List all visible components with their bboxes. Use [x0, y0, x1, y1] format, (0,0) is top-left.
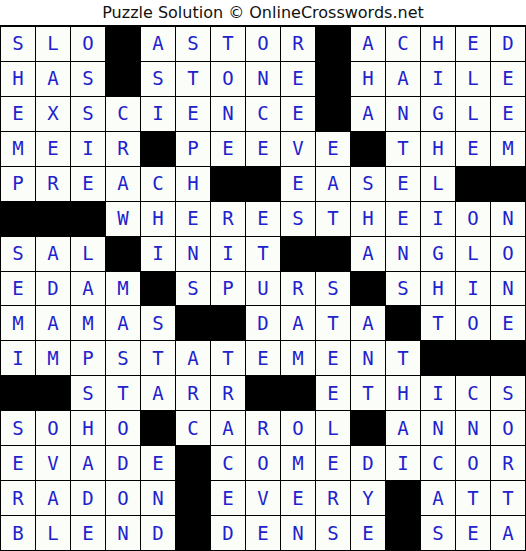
letter-cell: I [211, 237, 245, 271]
letter-cell: R [106, 132, 140, 166]
letter-cell: V [281, 132, 315, 166]
letter-cell: N [351, 341, 385, 375]
letter-cell: H [351, 62, 385, 96]
letter-cell: O [246, 27, 280, 61]
letter-cell: N [106, 516, 140, 550]
letter-cell: E [1, 97, 35, 131]
crossword-grid: SLOASTORACHEDHASSTONEHAILEEXSCIENCEANGLE… [0, 25, 526, 551]
letter-cell: A [71, 446, 105, 480]
letter-cell: A [281, 306, 315, 340]
letter-cell: D [36, 272, 70, 306]
letter-cell: N [386, 237, 420, 271]
letter-cell: D [211, 516, 245, 550]
letter-cell: L [36, 516, 70, 550]
letter-cell: L [36, 27, 70, 61]
letter-cell: R [316, 481, 350, 515]
letter-cell: A [141, 376, 175, 410]
letter-cell: H [141, 202, 175, 236]
letter-cell: C [456, 376, 490, 410]
letter-cell: H [421, 272, 455, 306]
block-cell [106, 237, 140, 271]
letter-cell: E [246, 341, 280, 375]
block-cell [316, 62, 350, 96]
block-cell [316, 237, 350, 271]
letter-cell: N [421, 411, 455, 445]
letter-cell: C [421, 446, 455, 480]
letter-cell: S [351, 167, 385, 201]
letter-cell: P [176, 132, 210, 166]
letter-cell: M [1, 132, 35, 166]
letter-cell: T [106, 376, 140, 410]
block-cell [456, 341, 490, 375]
letter-cell: A [316, 167, 350, 201]
letter-cell: R [211, 202, 245, 236]
letter-cell: R [246, 411, 280, 445]
letter-cell: E [71, 516, 105, 550]
letter-cell: O [106, 481, 140, 515]
letter-cell: S [1, 27, 35, 61]
letter-cell: O [456, 306, 490, 340]
letter-cell: E [491, 306, 525, 340]
letter-cell: H [71, 411, 105, 445]
letter-cell: M [106, 272, 140, 306]
letter-cell: E [281, 97, 315, 131]
letter-cell: N [491, 272, 525, 306]
letter-cell: S [106, 341, 140, 375]
letter-cell: O [246, 446, 280, 480]
block-cell [1, 376, 35, 410]
letter-cell: L [456, 237, 490, 271]
letter-cell: D [106, 446, 140, 480]
letter-cell: D [71, 481, 105, 515]
letter-cell: A [71, 272, 105, 306]
letter-cell: E [71, 167, 105, 201]
letter-cell: E [211, 132, 245, 166]
letter-cell: E [281, 481, 315, 515]
letter-cell: S [316, 272, 350, 306]
letter-cell: E [1, 272, 35, 306]
letter-cell: E [281, 62, 315, 96]
letter-cell: A [36, 481, 70, 515]
letter-cell: D [141, 516, 175, 550]
letter-cell: S [316, 516, 350, 550]
letter-cell: N [211, 97, 245, 131]
letter-cell: R [176, 376, 210, 410]
title-bar: Puzzle Solution © OnlineCrosswords.net [0, 0, 526, 25]
letter-cell: O [71, 27, 105, 61]
letter-cell: I [386, 446, 420, 480]
letter-cell: S [71, 62, 105, 96]
letter-cell: I [141, 97, 175, 131]
puzzle-solution-page: Puzzle Solution © OnlineCrosswords.net S… [0, 0, 526, 551]
letter-cell: A [351, 237, 385, 271]
letter-cell: I [421, 376, 455, 410]
letter-cell: H [421, 27, 455, 61]
letter-cell: P [211, 272, 245, 306]
block-cell [211, 306, 245, 340]
letter-cell: T [176, 62, 210, 96]
letter-cell: E [141, 446, 175, 480]
letter-cell: W [106, 202, 140, 236]
letter-cell: C [246, 97, 280, 131]
letter-cell: A [141, 27, 175, 61]
letter-cell: T [351, 376, 385, 410]
letter-cell: S [421, 516, 455, 550]
letter-cell: O [456, 446, 490, 480]
letter-cell: N [176, 237, 210, 271]
letter-cell: O [491, 237, 525, 271]
letter-cell: L [316, 411, 350, 445]
letter-cell: N [141, 481, 175, 515]
letter-cell: S [71, 97, 105, 131]
block-cell [386, 481, 420, 515]
letter-cell: I [71, 132, 105, 166]
letter-cell: S [1, 237, 35, 271]
letter-cell: A [36, 306, 70, 340]
letter-cell: E [176, 202, 210, 236]
letter-cell: L [71, 237, 105, 271]
letter-cell: R [281, 27, 315, 61]
letter-cell: V [36, 446, 70, 480]
block-cell [141, 272, 175, 306]
letter-cell: H [1, 62, 35, 96]
block-cell [281, 237, 315, 271]
letter-cell: T [316, 306, 350, 340]
letter-cell: R [281, 272, 315, 306]
letter-cell: O [281, 411, 315, 445]
letter-cell: M [491, 132, 525, 166]
letter-cell: S [386, 272, 420, 306]
letter-cell: G [421, 97, 455, 131]
block-cell [36, 376, 70, 410]
letter-cell: I [421, 62, 455, 96]
letter-cell: A [386, 411, 420, 445]
letter-cell: N [491, 202, 525, 236]
letter-cell: E [491, 62, 525, 96]
block-cell [281, 376, 315, 410]
letter-cell: E [386, 167, 420, 201]
block-cell [491, 167, 525, 201]
letter-cell: X [36, 97, 70, 131]
letter-cell: E [211, 481, 245, 515]
block-cell [351, 132, 385, 166]
letter-cell: E [456, 516, 490, 550]
letter-cell: A [491, 516, 525, 550]
letter-cell: A [421, 481, 455, 515]
letter-cell: D [491, 27, 525, 61]
block-cell [316, 97, 350, 131]
letter-cell: T [386, 341, 420, 375]
letter-cell: O [211, 62, 245, 96]
block-cell [141, 132, 175, 166]
letter-cell: C [386, 27, 420, 61]
block-cell [456, 167, 490, 201]
letter-cell: C [141, 167, 175, 201]
letter-cell: C [106, 97, 140, 131]
letter-cell: V [246, 481, 280, 515]
letter-cell: E [246, 516, 280, 550]
letter-cell: O [36, 411, 70, 445]
letter-cell: A [176, 341, 210, 375]
block-cell [386, 516, 420, 550]
block-cell [491, 341, 525, 375]
letter-cell: A [386, 62, 420, 96]
letter-cell: E [351, 516, 385, 550]
page-title: Puzzle Solution © OnlineCrosswords.net [102, 3, 424, 22]
letter-cell: S [141, 62, 175, 96]
letter-cell: S [1, 411, 35, 445]
letter-cell: A [106, 167, 140, 201]
letter-cell: A [211, 411, 245, 445]
block-cell [176, 516, 210, 550]
letter-cell: R [1, 481, 35, 515]
letter-cell: S [281, 202, 315, 236]
letter-cell: B [1, 516, 35, 550]
letter-cell: D [246, 306, 280, 340]
letter-cell: N [456, 411, 490, 445]
block-cell [176, 306, 210, 340]
block-cell [36, 202, 70, 236]
letter-cell: E [316, 376, 350, 410]
letter-cell: U [246, 272, 280, 306]
letter-cell: I [456, 272, 490, 306]
block-cell [141, 411, 175, 445]
letter-cell: O [456, 202, 490, 236]
letter-cell: E [246, 202, 280, 236]
letter-cell: A [106, 306, 140, 340]
letter-cell: A [36, 62, 70, 96]
letter-cell: T [491, 481, 525, 515]
block-cell [421, 341, 455, 375]
block-cell [386, 306, 420, 340]
letter-cell: I [1, 341, 35, 375]
letter-cell: M [1, 306, 35, 340]
block-cell [246, 167, 280, 201]
block-cell [316, 27, 350, 61]
letter-cell: N [246, 62, 280, 96]
letter-cell: T [456, 481, 490, 515]
letter-cell: A [351, 97, 385, 131]
block-cell [176, 446, 210, 480]
block-cell [106, 27, 140, 61]
letter-cell: M [281, 341, 315, 375]
letter-cell: R [211, 376, 245, 410]
letter-cell: T [211, 341, 245, 375]
letter-cell: E [281, 167, 315, 201]
letter-cell: C [211, 446, 245, 480]
letter-cell: T [211, 27, 245, 61]
letter-cell: A [351, 27, 385, 61]
letter-cell: S [176, 272, 210, 306]
letter-cell: E [386, 202, 420, 236]
letter-cell: T [246, 237, 280, 271]
letter-cell: E [491, 97, 525, 131]
letter-cell: E [456, 132, 490, 166]
letter-cell: E [316, 132, 350, 166]
letter-cell: T [421, 306, 455, 340]
letter-cell: C [176, 411, 210, 445]
block-cell [106, 62, 140, 96]
letter-cell: S [491, 376, 525, 410]
letter-cell: H [421, 132, 455, 166]
letter-cell: G [421, 237, 455, 271]
letter-cell: T [316, 202, 350, 236]
letter-cell: M [281, 446, 315, 480]
letter-cell: L [421, 167, 455, 201]
letter-cell: T [141, 341, 175, 375]
letter-cell: N [281, 516, 315, 550]
letter-cell: R [491, 446, 525, 480]
block-cell [246, 376, 280, 410]
block-cell [211, 167, 245, 201]
letter-cell: P [1, 167, 35, 201]
letter-cell: E [1, 446, 35, 480]
letter-cell: N [386, 97, 420, 131]
letter-cell: H [351, 202, 385, 236]
letter-cell: O [491, 411, 525, 445]
block-cell [176, 481, 210, 515]
letter-cell: H [386, 376, 420, 410]
letter-cell: M [71, 306, 105, 340]
letter-cell: E [176, 97, 210, 131]
letter-cell: A [36, 237, 70, 271]
block-cell [351, 411, 385, 445]
letter-cell: H [176, 167, 210, 201]
letter-cell: A [351, 306, 385, 340]
letter-cell: D [351, 446, 385, 480]
letter-cell: M [36, 341, 70, 375]
letter-cell: S [71, 376, 105, 410]
letter-cell: L [456, 97, 490, 131]
letter-cell: O [106, 411, 140, 445]
letter-cell: E [36, 132, 70, 166]
letter-cell: P [71, 341, 105, 375]
block-cell [1, 202, 35, 236]
letter-cell: I [421, 202, 455, 236]
letter-cell: S [141, 306, 175, 340]
letter-cell: L [456, 62, 490, 96]
letter-cell: T [386, 132, 420, 166]
letter-cell: S [176, 27, 210, 61]
letter-cell: I [141, 237, 175, 271]
letter-cell: R [36, 167, 70, 201]
letter-cell: E [316, 446, 350, 480]
block-cell [351, 272, 385, 306]
letter-cell: E [456, 27, 490, 61]
letter-cell: Y [351, 481, 385, 515]
letter-cell: E [316, 341, 350, 375]
block-cell [71, 202, 105, 236]
letter-cell: E [246, 132, 280, 166]
